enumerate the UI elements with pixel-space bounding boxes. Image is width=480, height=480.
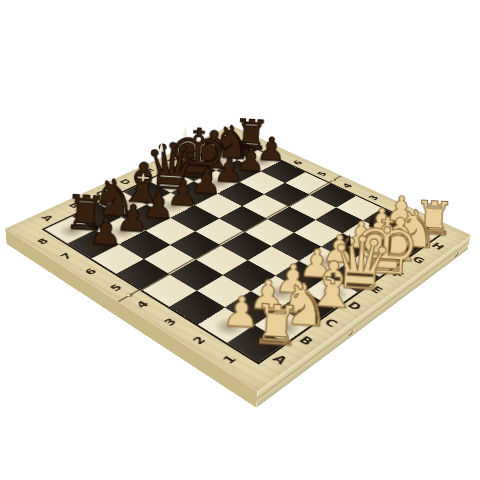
square-a7: ♟ [67,230,119,258]
square-h1: ♜ [391,221,439,248]
screw-icon [454,252,457,258]
folding-board-box: ♜♞♝♛♚♝♞♜♟♟♟♟♟♟♟♟♟♟♟♟♟♟♟♟♜♞♝♛♚♝♞♜ ABCDEFG… [5,126,471,392]
hinge-screw-icon [125,293,133,298]
board-grid: ♜♞♝♛♚♝♞♜♟♟♟♟♟♟♟♟♟♟♟♟♟♟♟♟♜♞♝♛♚♝♞♜ [42,138,442,364]
chess-board-3d: ♜♞♝♛♚♝♞♜♟♟♟♟♟♟♟♟♟♟♟♟♟♟♟♟♜♞♝♛♚♝♞♜ ABCDEFG… [5,126,471,392]
white-rook-piece: ♜ [412,194,450,242]
screw-icon [349,330,353,337]
black-rook-piece: ♜ [232,113,265,155]
product-photo-scene: ♜♞♝♛♚♝♞♜♟♟♟♟♟♟♟♟♟♟♟♟♟♟♟♟♜♞♝♛♚♝♞♜ ABCDEFG… [0,0,480,480]
